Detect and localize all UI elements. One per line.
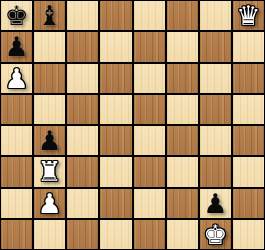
square-g2[interactable]: ♟ — [200, 189, 231, 218]
square-g6[interactable] — [200, 64, 231, 93]
square-g7[interactable] — [200, 32, 231, 61]
square-c7[interactable] — [67, 32, 98, 61]
square-a5[interactable] — [1, 95, 32, 124]
square-a4[interactable] — [1, 126, 32, 155]
square-h5[interactable] — [233, 95, 264, 124]
square-b3[interactable]: ♜ — [34, 157, 65, 186]
white-rook[interactable]: ♜ — [38, 158, 62, 185]
square-f3[interactable] — [167, 157, 198, 186]
square-e1[interactable] — [134, 220, 165, 249]
square-d6[interactable] — [100, 64, 131, 93]
square-f7[interactable] — [167, 32, 198, 61]
square-c8[interactable] — [67, 1, 98, 30]
square-c4[interactable] — [67, 126, 98, 155]
black-bishop[interactable]: ♝ — [38, 2, 62, 29]
square-g8[interactable] — [200, 1, 231, 30]
square-c3[interactable] — [67, 157, 98, 186]
square-f6[interactable] — [167, 64, 198, 93]
square-e2[interactable] — [134, 189, 165, 218]
square-d5[interactable] — [100, 95, 131, 124]
square-d3[interactable] — [100, 157, 131, 186]
square-c6[interactable] — [67, 64, 98, 93]
square-h6[interactable] — [233, 64, 264, 93]
square-c5[interactable] — [67, 95, 98, 124]
square-a1[interactable] — [1, 220, 32, 249]
square-h4[interactable] — [233, 126, 264, 155]
white-pawn[interactable]: ♟ — [4, 65, 28, 92]
chess-board: ♚♝♛♟♟♟♜♟♟♚ — [0, 0, 265, 250]
square-b1[interactable] — [34, 220, 65, 249]
square-a2[interactable] — [1, 189, 32, 218]
square-h7[interactable] — [233, 32, 264, 61]
square-e7[interactable] — [134, 32, 165, 61]
square-a7[interactable]: ♟ — [1, 32, 32, 61]
white-queen[interactable]: ♛ — [236, 2, 260, 29]
square-f4[interactable] — [167, 126, 198, 155]
square-c1[interactable] — [67, 220, 98, 249]
square-d8[interactable] — [100, 1, 131, 30]
square-d7[interactable] — [100, 32, 131, 61]
square-f2[interactable] — [167, 189, 198, 218]
square-f5[interactable] — [167, 95, 198, 124]
square-b8[interactable]: ♝ — [34, 1, 65, 30]
square-e4[interactable] — [134, 126, 165, 155]
square-g4[interactable] — [200, 126, 231, 155]
square-b5[interactable] — [34, 95, 65, 124]
square-h8[interactable]: ♛ — [233, 1, 264, 30]
square-a8[interactable]: ♚ — [1, 1, 32, 30]
black-pawn[interactable]: ♟ — [38, 127, 62, 154]
white-king[interactable]: ♚ — [203, 221, 227, 248]
square-d1[interactable] — [100, 220, 131, 249]
square-e3[interactable] — [134, 157, 165, 186]
square-e6[interactable] — [134, 64, 165, 93]
square-f8[interactable] — [167, 1, 198, 30]
black-pawn[interactable]: ♟ — [4, 33, 28, 60]
square-a3[interactable] — [1, 157, 32, 186]
square-e5[interactable] — [134, 95, 165, 124]
square-b6[interactable] — [34, 64, 65, 93]
white-pawn[interactable]: ♟ — [38, 190, 62, 217]
black-king[interactable]: ♚ — [4, 2, 28, 29]
square-b2[interactable]: ♟ — [34, 189, 65, 218]
chess-board-wrap: ♚♝♛♟♟♟♜♟♟♚ — [0, 0, 265, 250]
square-b7[interactable] — [34, 32, 65, 61]
square-f1[interactable] — [167, 220, 198, 249]
square-d4[interactable] — [100, 126, 131, 155]
square-h1[interactable] — [233, 220, 264, 249]
square-e8[interactable] — [134, 1, 165, 30]
square-h2[interactable] — [233, 189, 264, 218]
square-c2[interactable] — [67, 189, 98, 218]
square-a6[interactable]: ♟ — [1, 64, 32, 93]
square-b4[interactable]: ♟ — [34, 126, 65, 155]
square-h3[interactable] — [233, 157, 264, 186]
square-g5[interactable] — [200, 95, 231, 124]
square-d2[interactable] — [100, 189, 131, 218]
black-pawn[interactable]: ♟ — [203, 190, 227, 217]
square-g1[interactable]: ♚ — [200, 220, 231, 249]
square-g3[interactable] — [200, 157, 231, 186]
